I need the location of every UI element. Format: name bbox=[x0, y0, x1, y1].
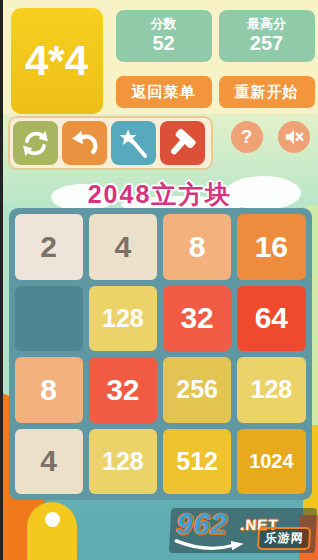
muted-speaker-icon bbox=[283, 126, 305, 148]
mute-button[interactable] bbox=[278, 121, 310, 153]
tile-1024: 1024 bbox=[237, 429, 305, 495]
tile-64: 64 bbox=[237, 286, 305, 352]
score-value: 52 bbox=[152, 32, 174, 55]
best-score-value: 257 bbox=[250, 32, 283, 55]
help-button[interactable]: ? bbox=[231, 121, 263, 153]
powerup-toolbar bbox=[8, 116, 213, 170]
tile-4: 4 bbox=[15, 429, 83, 495]
refresh-icon bbox=[20, 128, 51, 159]
yellow-character bbox=[27, 502, 77, 560]
character-eye bbox=[45, 512, 60, 527]
hammer-button[interactable] bbox=[160, 121, 205, 165]
tile-256: 256 bbox=[163, 357, 231, 423]
back-to-menu-button[interactable]: 返回菜单 bbox=[116, 76, 212, 108]
game-screen: 4*4 分数 52 最高分 257 返回菜单 重新开始 bbox=[3, 0, 318, 560]
undo-arrow-icon bbox=[69, 128, 100, 159]
score-label: 分数 bbox=[151, 17, 177, 32]
restart-button[interactable]: 重新开始 bbox=[219, 76, 315, 108]
tile-512: 512 bbox=[163, 429, 231, 495]
board-grid[interactable]: 24816128326483225612841285121024 bbox=[9, 208, 312, 500]
score-box: 分数 52 bbox=[116, 10, 212, 62]
game-title: 2048立方块 bbox=[3, 178, 318, 211]
best-score-box: 最高分 257 bbox=[219, 10, 315, 62]
watermark-site: 962 bbox=[175, 508, 228, 541]
magic-wand-icon bbox=[118, 128, 149, 159]
magic-wand-button[interactable] bbox=[111, 121, 156, 165]
tile-32: 32 bbox=[163, 286, 231, 352]
watermark-name: 乐游网 bbox=[256, 527, 310, 550]
watermark: 962 .NET 乐游网 bbox=[168, 508, 316, 553]
tile-128: 128 bbox=[237, 357, 305, 423]
tile-128: 128 bbox=[89, 429, 157, 495]
undo-button[interactable] bbox=[62, 121, 107, 165]
tile-4: 4 bbox=[89, 214, 157, 280]
best-score-label: 最高分 bbox=[247, 17, 286, 32]
watermark-swoosh-icon bbox=[172, 538, 247, 557]
board-size-label: 4*4 bbox=[11, 8, 103, 114]
tile-32: 32 bbox=[89, 357, 157, 423]
tile-2: 2 bbox=[15, 214, 83, 280]
tile-8: 8 bbox=[15, 357, 83, 423]
refresh-button[interactable] bbox=[13, 121, 58, 165]
tile-128: 128 bbox=[89, 286, 157, 352]
hammer-icon bbox=[167, 128, 198, 159]
empty-cell bbox=[15, 286, 83, 352]
tile-16: 16 bbox=[237, 214, 305, 280]
tile-8: 8 bbox=[163, 214, 231, 280]
